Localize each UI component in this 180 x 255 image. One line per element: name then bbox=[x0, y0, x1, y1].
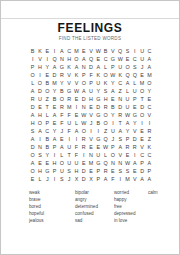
word-list-item: bipolar bbox=[75, 189, 98, 196]
grid-cell: P bbox=[109, 143, 116, 151]
grid-cell: O bbox=[58, 95, 65, 103]
grid-cell: H bbox=[73, 167, 80, 175]
grid-cell: E bbox=[36, 103, 43, 111]
grid-cell: I bbox=[73, 103, 80, 111]
grid-cell: D bbox=[87, 63, 94, 71]
grid-cell: J bbox=[65, 175, 72, 183]
grid-cell: U bbox=[138, 55, 145, 63]
grid-cell: D bbox=[80, 95, 87, 103]
grid-cell: K bbox=[73, 71, 80, 79]
grid-cell: F bbox=[65, 111, 72, 119]
grid-cell: Y bbox=[109, 111, 116, 119]
grid-cell: E bbox=[109, 167, 116, 175]
grid-cell: R bbox=[65, 95, 72, 103]
grid-cell: F bbox=[58, 111, 65, 119]
grid-cell: Q bbox=[87, 55, 94, 63]
grid-cell: D bbox=[51, 71, 58, 79]
grid-cell: D bbox=[36, 87, 43, 95]
grid-cell: V bbox=[87, 47, 94, 55]
grid-cell: I bbox=[51, 175, 58, 183]
grid-cell: R bbox=[131, 143, 138, 151]
grid-cell: E bbox=[124, 151, 131, 159]
grid-cell: L bbox=[44, 111, 51, 119]
grid-cell: A bbox=[29, 159, 36, 167]
word-list-item: free bbox=[114, 203, 135, 210]
grid-cell: M bbox=[51, 79, 58, 87]
grid-cell: O bbox=[36, 79, 43, 87]
grid-cell: O bbox=[36, 119, 43, 127]
grid-cell: C bbox=[138, 151, 145, 159]
grid-cell: G bbox=[95, 159, 102, 167]
grid-cell: O bbox=[29, 167, 36, 175]
grid-cell: A bbox=[117, 127, 124, 135]
grid-cell: H bbox=[102, 95, 109, 103]
grid-cell: E bbox=[51, 103, 58, 111]
grid-cell: W bbox=[73, 87, 80, 95]
grid-cell: J bbox=[87, 119, 94, 127]
grid-cell: S bbox=[36, 151, 43, 159]
grid-cell: O bbox=[29, 71, 36, 79]
grid-cell: A bbox=[131, 159, 138, 167]
grid-cell: D bbox=[138, 167, 145, 175]
grid-cell: E bbox=[124, 55, 131, 63]
grid-cell: H bbox=[65, 55, 72, 63]
grid-cell: K bbox=[117, 71, 124, 79]
grid-cell: E bbox=[95, 55, 102, 63]
grid-cell: V bbox=[65, 79, 72, 87]
grid-cell: G bbox=[44, 167, 51, 175]
grid-cell: V bbox=[146, 111, 153, 119]
grid-cell: R bbox=[102, 103, 109, 111]
grid-cell: L bbox=[29, 79, 36, 87]
grid-cell: U bbox=[36, 95, 43, 103]
grid-cell: Q bbox=[51, 55, 58, 63]
grid-cell: U bbox=[73, 159, 80, 167]
grid-cell: V bbox=[109, 47, 116, 55]
grid-cell: P bbox=[131, 95, 138, 103]
grid-cell: E bbox=[87, 143, 94, 151]
grid-cell: V bbox=[138, 143, 145, 151]
grid-cell: B bbox=[95, 119, 102, 127]
grid-cell: V bbox=[117, 151, 124, 159]
grid-cell: S bbox=[29, 127, 36, 135]
grid-cell: E bbox=[80, 159, 87, 167]
grid-cell: R bbox=[80, 143, 87, 151]
grid-cell: V bbox=[131, 127, 138, 135]
grid-cell: V bbox=[36, 55, 43, 63]
grid-cell: C bbox=[117, 79, 124, 87]
grid-cell: D bbox=[95, 103, 102, 111]
grid-cell: X bbox=[73, 175, 80, 183]
grid-cell: U bbox=[95, 151, 102, 159]
grid-cell: U bbox=[109, 127, 116, 135]
grid-cell: A bbox=[146, 63, 153, 71]
grid-cell: I bbox=[73, 135, 80, 143]
grid-cell: G bbox=[65, 87, 72, 95]
grid-cell: F bbox=[73, 143, 80, 151]
grid-cell: W bbox=[80, 119, 87, 127]
grid-cell: A bbox=[58, 47, 65, 55]
grid-cell: S bbox=[102, 87, 109, 95]
grid-cell: B bbox=[44, 79, 51, 87]
grid-cell: M bbox=[87, 159, 94, 167]
grid-cell: C bbox=[65, 47, 72, 55]
word-list-column: worriedhappyfreedepressedin love bbox=[114, 189, 135, 224]
grid-cell: H bbox=[51, 159, 58, 167]
grid-cell: O bbox=[109, 151, 116, 159]
grid-cell: Q bbox=[117, 47, 124, 55]
grid-cell: O bbox=[29, 151, 36, 159]
grid-cell: N bbox=[58, 55, 65, 63]
grid-cell: Y bbox=[51, 127, 58, 135]
grid-cell: I bbox=[146, 119, 153, 127]
grid-cell: I bbox=[80, 151, 87, 159]
word-list-item: jealous bbox=[29, 217, 44, 224]
grid-cell: P bbox=[146, 167, 153, 175]
word-list: weakbraveboredhopefuljealousbipolarangry… bbox=[1, 189, 179, 234]
grid-cell: E bbox=[44, 71, 51, 79]
grid-cell: I bbox=[44, 55, 51, 63]
grid-cell: G bbox=[95, 111, 102, 119]
grid-cell: I bbox=[36, 71, 43, 79]
word-list-item: hopeful bbox=[29, 210, 44, 217]
grid-cell: U bbox=[124, 95, 131, 103]
grid-cell: A bbox=[124, 119, 131, 127]
grid-cell: O bbox=[58, 159, 65, 167]
word-list-column: weakbraveboredhopefuljealous bbox=[29, 189, 44, 224]
grid-cell: J bbox=[58, 127, 65, 135]
grid-cell: V bbox=[131, 175, 138, 183]
grid-cell: N bbox=[80, 103, 87, 111]
grid-cell: R bbox=[102, 167, 109, 175]
grid-cell: E bbox=[51, 119, 58, 127]
grid-cell: S bbox=[65, 167, 72, 175]
word-list-item: worried bbox=[114, 189, 135, 196]
grid-cell: E bbox=[131, 103, 138, 111]
grid-cell: O bbox=[124, 63, 131, 71]
grid-cell: B bbox=[109, 103, 116, 111]
grid-cell: J bbox=[44, 175, 51, 183]
grid-cell: E bbox=[87, 167, 94, 175]
grid-cell: J bbox=[138, 63, 145, 71]
grid-cell: W bbox=[95, 47, 102, 55]
grid-cell: A bbox=[95, 63, 102, 71]
word-search-grid: BKEIACMEVWBVQSIUCIVIQNHOAQECGWECUAPHYAGK… bbox=[29, 47, 153, 183]
grid-cell: K bbox=[65, 63, 72, 71]
grid-cell: D bbox=[138, 103, 145, 111]
grid-cell: F bbox=[109, 175, 116, 183]
grid-cell: P bbox=[80, 71, 87, 79]
worksheet-page: FEELINGS FIND THE LISTED WORDS BKEIACMEV… bbox=[0, 0, 180, 255]
word-list-column: bipolarangrydeterminedconfusedsad bbox=[75, 189, 98, 224]
grid-cell: Y bbox=[131, 119, 138, 127]
grid-cell: H bbox=[36, 63, 43, 71]
word-list-item: sad bbox=[75, 217, 98, 224]
grid-cell: E bbox=[146, 95, 153, 103]
grid-cell: A bbox=[80, 87, 87, 95]
grid-cell: U bbox=[58, 167, 65, 175]
grid-cell: I bbox=[87, 127, 94, 135]
grid-cell: K bbox=[146, 143, 153, 151]
grid-cell: S bbox=[117, 135, 124, 143]
grid-cell: L bbox=[102, 151, 109, 159]
grid-cell: I bbox=[117, 175, 124, 183]
grid-cell: R bbox=[80, 135, 87, 143]
grid-cell: E bbox=[80, 47, 87, 55]
grid-cell: E bbox=[29, 175, 36, 183]
grid-cell: Z bbox=[146, 135, 153, 143]
word-list-item: depressed bbox=[114, 210, 135, 217]
grid-cell: O bbox=[102, 119, 109, 127]
grid-cell: U bbox=[65, 119, 72, 127]
grid-cell: S bbox=[131, 63, 138, 71]
grid-cell: D bbox=[117, 103, 124, 111]
grid-cell: E bbox=[44, 47, 51, 55]
grid-cell: U bbox=[117, 63, 124, 71]
grid-cell: O bbox=[73, 55, 80, 63]
grid-cell: G bbox=[95, 95, 102, 103]
grid-cell: I bbox=[51, 151, 58, 159]
grid-cell: A bbox=[51, 135, 58, 143]
grid-cell: U bbox=[65, 159, 72, 167]
word-list-item: bored bbox=[29, 203, 44, 210]
grid-cell: A bbox=[109, 87, 116, 95]
grid-cell: M bbox=[65, 103, 72, 111]
grid-cell: C bbox=[102, 55, 109, 63]
grid-cell: V bbox=[65, 71, 72, 79]
grid-cell: Z bbox=[117, 87, 124, 95]
grid-cell: I bbox=[51, 47, 58, 55]
grid-cell: Y bbox=[95, 87, 102, 95]
grid-cell: E bbox=[131, 167, 138, 175]
grid-cell: D bbox=[131, 135, 138, 143]
grid-cell: C bbox=[44, 127, 51, 135]
grid-cell: B bbox=[51, 95, 58, 103]
grid-cell: P bbox=[51, 143, 58, 151]
grid-cell: A bbox=[102, 175, 109, 183]
grid-cell: Y bbox=[124, 127, 131, 135]
grid-cell: G bbox=[109, 55, 116, 63]
grid-cell: A bbox=[58, 143, 65, 151]
word-list-item: happy bbox=[114, 196, 135, 203]
grid-cell: R bbox=[29, 95, 36, 103]
grid-cell: D bbox=[80, 175, 87, 183]
grid-cell: N bbox=[87, 151, 94, 159]
grid-cell: W bbox=[80, 111, 87, 119]
grid-cell: M bbox=[146, 71, 153, 79]
grid-cell: Y bbox=[146, 87, 153, 95]
grid-cell: P bbox=[44, 119, 51, 127]
grid-cell: W bbox=[102, 143, 109, 151]
grid-cell: V bbox=[87, 135, 94, 143]
grid-cell: X bbox=[87, 175, 94, 183]
grid-cell: B bbox=[44, 143, 51, 151]
grid-cell: S bbox=[117, 167, 124, 175]
grid-cell: S bbox=[124, 47, 131, 55]
word-list-item: brave bbox=[29, 196, 44, 203]
grid-cell: A bbox=[29, 111, 36, 119]
page-title: FEELINGS bbox=[1, 21, 179, 35]
header-divider bbox=[1, 18, 179, 19]
grid-cell: L bbox=[58, 151, 65, 159]
grid-cell: G bbox=[95, 135, 102, 143]
grid-cell: P bbox=[95, 175, 102, 183]
grid-cell: O bbox=[102, 111, 109, 119]
grid-cell: O bbox=[80, 127, 87, 135]
grid-cell: M bbox=[73, 47, 80, 55]
grid-cell: W bbox=[124, 111, 131, 119]
grid-cell: I bbox=[65, 135, 72, 143]
grid-cell: A bbox=[73, 127, 80, 135]
grid-cell: A bbox=[51, 63, 58, 71]
grid-cell: Z bbox=[44, 95, 51, 103]
grid-cell: F bbox=[58, 119, 65, 127]
grid-cell: Y bbox=[44, 151, 51, 159]
grid-cell: P bbox=[109, 63, 116, 71]
grid-cell: U bbox=[87, 87, 94, 95]
grid-cell: P bbox=[29, 63, 36, 71]
grid-cell: A bbox=[146, 175, 153, 183]
word-list-item: determined bbox=[75, 203, 98, 210]
grid-cell: B bbox=[29, 47, 36, 55]
grid-cell: R bbox=[146, 127, 153, 135]
grid-cell: A bbox=[80, 55, 87, 63]
grid-cell: Q bbox=[102, 135, 109, 143]
grid-cell: L bbox=[36, 175, 43, 183]
grid-cell: B bbox=[58, 87, 65, 95]
grid-cell: I bbox=[131, 151, 138, 159]
grid-cell: I bbox=[131, 47, 138, 55]
grid-cell: L bbox=[73, 119, 80, 127]
word-list-item: confused bbox=[75, 210, 98, 217]
grid-cell: R bbox=[124, 143, 131, 151]
grid-cell: C bbox=[146, 103, 153, 111]
grid-cell: L bbox=[124, 87, 131, 95]
grid-cell: A bbox=[146, 159, 153, 167]
grid-cell: C bbox=[146, 151, 153, 159]
grid-cell: E bbox=[138, 127, 145, 135]
grid-cell: T bbox=[65, 151, 72, 159]
grid-cell: W bbox=[109, 71, 116, 79]
grid-cell: Z bbox=[102, 127, 109, 135]
grid-cell: E bbox=[44, 159, 51, 167]
grid-cell: E bbox=[73, 95, 80, 103]
word-list-item: angry bbox=[75, 196, 98, 203]
grid-cell: Q bbox=[124, 71, 131, 79]
grid-cell: S bbox=[124, 167, 131, 175]
grid-cell: L bbox=[102, 63, 109, 71]
grid-cell: A bbox=[51, 111, 58, 119]
grid-cell: R bbox=[117, 111, 124, 119]
grid-cell: D bbox=[29, 143, 36, 151]
grid-cell: W bbox=[124, 159, 131, 167]
grid-cell: Y bbox=[109, 79, 116, 87]
grid-cell: J bbox=[109, 135, 116, 143]
grid-cell: K bbox=[95, 71, 102, 79]
grid-cell: C bbox=[146, 47, 153, 55]
grid-cell: E bbox=[95, 143, 102, 151]
grid-cell: Y bbox=[44, 63, 51, 71]
word-list-column: calm bbox=[148, 189, 158, 196]
grid-cell: I bbox=[36, 135, 43, 143]
grid-cell: Q bbox=[131, 71, 138, 79]
grid-cell: P bbox=[138, 159, 145, 167]
page-subtitle: FIND THE LISTED WORDS bbox=[1, 36, 179, 41]
grid-cell: K bbox=[36, 47, 43, 55]
grid-cell: L bbox=[131, 79, 138, 87]
grid-cell: V bbox=[87, 111, 94, 119]
grid-cell: C bbox=[131, 55, 138, 63]
grid-cell: O bbox=[44, 87, 51, 95]
grid-cell: P bbox=[51, 167, 58, 175]
grid-cell: E bbox=[73, 111, 80, 119]
grid-cell: D bbox=[80, 167, 87, 175]
grid-cell: H bbox=[29, 119, 36, 127]
grid-cell: N bbox=[36, 143, 43, 151]
grid-cell: U bbox=[95, 79, 102, 87]
grid-cell: E bbox=[87, 103, 94, 111]
grid-cell: I bbox=[138, 119, 145, 127]
grid-cell: I bbox=[95, 127, 102, 135]
grid-cell: O bbox=[80, 79, 87, 87]
grid-cell: I bbox=[109, 119, 116, 127]
grid-cell: N bbox=[80, 63, 87, 71]
grid-cell: G bbox=[131, 111, 138, 119]
grid-cell: E bbox=[138, 135, 145, 143]
grid-cell: Q bbox=[102, 159, 109, 167]
grid-cell: A bbox=[36, 127, 43, 135]
grid-cell: A bbox=[29, 135, 36, 143]
grid-cell: H bbox=[87, 95, 94, 103]
grid-cell: B bbox=[102, 47, 109, 55]
grid-cell: T bbox=[44, 103, 51, 111]
grid-cell: K bbox=[102, 79, 109, 87]
grid-cell: H bbox=[36, 111, 43, 119]
word-list-item: weak bbox=[29, 189, 44, 196]
grid-cell: W bbox=[117, 55, 124, 63]
grid-cell: T bbox=[138, 95, 145, 103]
grid-cell: M bbox=[124, 175, 131, 183]
grid-cell: F bbox=[65, 127, 72, 135]
grid-cell: N bbox=[109, 159, 116, 167]
word-list-item: in love bbox=[114, 217, 135, 224]
grid-cell: A bbox=[73, 63, 80, 71]
grid-cell: F bbox=[87, 71, 94, 79]
grid-cell: O bbox=[138, 87, 145, 95]
grid-cell: R bbox=[58, 103, 65, 111]
grid-cell: U bbox=[65, 143, 72, 151]
grid-cell: N bbox=[117, 95, 124, 103]
grid-cell: R bbox=[58, 71, 65, 79]
grid-cell: U bbox=[131, 87, 138, 95]
grid-cell: P bbox=[87, 79, 94, 87]
grid-cell: N bbox=[117, 159, 124, 167]
grid-cell: A bbox=[146, 55, 153, 63]
grid-cell: F bbox=[73, 151, 80, 159]
grid-cell: Y bbox=[58, 79, 65, 87]
grid-cell: U bbox=[138, 47, 145, 55]
grid-cell: A bbox=[117, 143, 124, 151]
grid-cell: D bbox=[29, 103, 36, 111]
grid-cell: P bbox=[124, 135, 131, 143]
grid-cell: H bbox=[36, 167, 43, 175]
grid-cell: O bbox=[138, 111, 145, 119]
grid-cell: Y bbox=[51, 87, 58, 95]
grid-cell: O bbox=[146, 79, 153, 87]
grid-cell: I bbox=[29, 55, 36, 63]
grid-cell: U bbox=[124, 103, 131, 111]
grid-cell: A bbox=[124, 79, 131, 87]
